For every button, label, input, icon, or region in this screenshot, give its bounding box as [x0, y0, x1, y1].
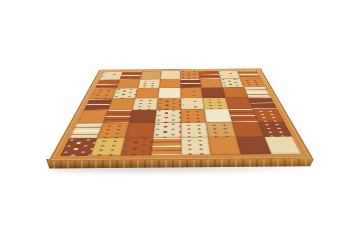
patch-r6-c5	[181, 122, 209, 137]
patch-r3-c8	[244, 87, 271, 97]
patch-r5-c5	[180, 109, 206, 122]
patch-r7-c4	[151, 138, 181, 156]
patch-r1-c2	[120, 71, 142, 79]
patch-r7-c5	[181, 137, 211, 155]
patch-r3-c4	[158, 88, 181, 98]
patch-r1-c3	[140, 71, 161, 79]
patch-r2-c5	[180, 79, 201, 88]
patch-r5-c4	[155, 109, 181, 122]
patch-r3-c5	[180, 88, 203, 98]
patch-r3-c3	[135, 88, 159, 98]
rug-wrapper	[0, 0, 360, 241]
patch-r1-c4	[160, 71, 180, 79]
patch-r6-c2	[97, 123, 129, 138]
patch-r5-c6	[205, 109, 233, 122]
patch-r6-c3	[125, 123, 155, 138]
patch-r4-c5	[180, 98, 204, 110]
patch-r6-c6	[206, 122, 236, 137]
patch-r4-c8	[248, 97, 277, 109]
patch-r6-c8	[258, 122, 292, 137]
patch-r7-c3	[120, 138, 152, 156]
patch-r1-c8	[237, 70, 260, 78]
patch-r4-c6	[203, 98, 229, 110]
patch-r2-c6	[200, 79, 223, 88]
rug-border	[48, 68, 313, 161]
patch-r6-c4	[153, 122, 181, 137]
patch-r4-c4	[156, 98, 180, 110]
patch-r3-c2	[112, 88, 137, 98]
patch-r4-c2	[108, 98, 135, 110]
patch-r7-c2	[90, 138, 125, 156]
patch-r2-c2	[116, 79, 140, 88]
patch-r5-c8	[253, 109, 284, 122]
patch-r2-c3	[138, 79, 160, 88]
patch-r4-c3	[132, 98, 158, 110]
patch-r2-c4	[159, 79, 180, 88]
patch-r1-c5	[180, 71, 200, 79]
patch-r3-c6	[202, 88, 226, 98]
patch-r2-c8	[241, 78, 266, 87]
patch-grid	[60, 70, 302, 156]
patch-r7-c8	[264, 137, 301, 155]
photo-background	[0, 0, 360, 241]
patch-r5-c2	[103, 110, 132, 123]
patch-r5-c3	[129, 110, 157, 123]
patch-r1-c6	[199, 71, 220, 79]
